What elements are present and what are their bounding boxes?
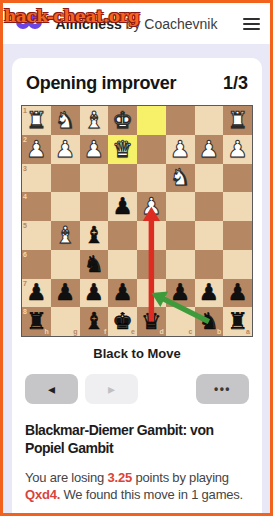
- white-pawn: ♟: [84, 138, 105, 161]
- file-label-a: a: [246, 328, 250, 335]
- chess-board[interactable]: ♜1♞♝♚♜♟2♟♟♛♟♟♟3♞4♟♟5♝♝6♞♟7♟♟♟♟♟♟♜8hg♝f♚e…: [21, 105, 253, 337]
- square-h3[interactable]: 3: [22, 164, 51, 193]
- turn-indicator: Black to Move: [21, 346, 253, 361]
- square-g3[interactable]: [51, 164, 80, 193]
- black-knight: ♞: [84, 253, 105, 276]
- progress-counter: 1/3: [223, 73, 248, 94]
- loss-text-post: We found this move in 1 games.: [60, 487, 243, 502]
- square-a3[interactable]: [223, 164, 252, 193]
- loss-text-pre: You are losing: [25, 470, 108, 485]
- square-c6[interactable]: [166, 250, 195, 279]
- square-e1[interactable]: ♚: [108, 106, 137, 135]
- black-bishop: ♝: [84, 224, 105, 247]
- page-title: Opening improver: [26, 73, 176, 94]
- black-pawn: ♟: [170, 281, 191, 304]
- square-b3[interactable]: [195, 164, 224, 193]
- black-pawn: ♟: [227, 281, 248, 304]
- square-d6[interactable]: [137, 250, 166, 279]
- white-pawn: ♟: [55, 138, 76, 161]
- square-d7[interactable]: [137, 279, 166, 308]
- square-d1[interactable]: [137, 106, 166, 135]
- loss-points: 3.25: [108, 470, 133, 485]
- square-a7[interactable]: ♟: [223, 279, 252, 308]
- white-knight: ♞: [170, 166, 191, 189]
- black-pawn: ♟: [84, 281, 105, 304]
- black-king: ♚: [112, 310, 133, 333]
- white-bishop: ♝: [55, 224, 76, 247]
- square-f5[interactable]: ♝: [80, 221, 109, 250]
- square-h8[interactable]: ♜8h: [22, 307, 51, 336]
- black-pawn: ♟: [112, 281, 133, 304]
- square-c1[interactable]: [166, 106, 195, 135]
- square-f1[interactable]: ♝: [80, 106, 109, 135]
- white-rook: ♜: [227, 109, 248, 132]
- rank-label-7: 7: [23, 280, 27, 287]
- rank-label-5: 5: [23, 222, 27, 229]
- next-move-button[interactable]: ▸: [85, 374, 138, 404]
- file-label-e: e: [131, 328, 135, 335]
- square-d3[interactable]: [137, 164, 166, 193]
- square-h1[interactable]: ♜1: [22, 106, 51, 135]
- right-arrow-icon: ▸: [108, 382, 115, 396]
- rank-label-6: 6: [23, 251, 27, 258]
- move-navigation: ◂ ▸ •••: [25, 374, 249, 404]
- square-c3[interactable]: ♞: [166, 164, 195, 193]
- black-pawn: ♟: [112, 195, 133, 218]
- rank-label-4: 4: [23, 193, 27, 200]
- page-body: Opening improver 1/3 ♜1♞♝♚♜♟2♟♟♛♟♟♟3♞4♟♟…: [3, 44, 270, 516]
- black-pawn: ♟: [199, 281, 220, 304]
- square-a2[interactable]: ♟: [223, 135, 252, 164]
- square-f6[interactable]: ♞: [80, 250, 109, 279]
- square-g8[interactable]: g: [51, 307, 80, 336]
- app-header: Aimchess by Coachevnik: [3, 3, 270, 44]
- prev-move-button[interactable]: ◂: [25, 374, 78, 404]
- file-label-h: h: [44, 328, 48, 335]
- square-a1[interactable]: ♜: [223, 106, 252, 135]
- square-c5[interactable]: [166, 221, 195, 250]
- ellipsis-icon: •••: [214, 383, 231, 395]
- black-bishop: ♝: [84, 310, 105, 333]
- square-e4[interactable]: ♟: [108, 192, 137, 221]
- white-king: ♚: [112, 109, 133, 132]
- white-pawn: ♟: [170, 138, 191, 161]
- square-b5[interactable]: [195, 221, 224, 250]
- square-e3[interactable]: [108, 164, 137, 193]
- square-f8[interactable]: ♝f: [80, 307, 109, 336]
- more-options-button[interactable]: •••: [196, 374, 249, 404]
- white-pawn: ♟: [26, 138, 47, 161]
- square-c8[interactable]: c: [166, 307, 195, 336]
- square-e5[interactable]: [108, 221, 137, 250]
- square-d5[interactable]: [137, 221, 166, 250]
- file-label-f: f: [104, 328, 106, 335]
- square-b8[interactable]: ♞b: [195, 307, 224, 336]
- white-queen: ♛: [112, 138, 133, 161]
- square-b2[interactable]: ♟: [195, 135, 224, 164]
- square-d2[interactable]: [137, 135, 166, 164]
- file-label-d: d: [159, 328, 163, 335]
- logo-ring-right: [28, 15, 42, 29]
- square-a6[interactable]: [223, 250, 252, 279]
- square-g5[interactable]: ♝: [51, 221, 80, 250]
- square-f3[interactable]: [80, 164, 109, 193]
- card-header: Opening improver 1/3: [21, 70, 253, 105]
- square-g4[interactable]: [51, 192, 80, 221]
- square-e2[interactable]: ♛: [108, 135, 137, 164]
- black-pawn: ♟: [26, 281, 47, 304]
- square-c7[interactable]: ♟: [166, 279, 195, 308]
- app-name: Aimchess: [56, 16, 122, 32]
- file-label-g: g: [73, 328, 77, 335]
- square-b1[interactable]: [195, 106, 224, 135]
- square-a8[interactable]: ♜a: [223, 307, 252, 336]
- square-g7[interactable]: ♟: [51, 279, 80, 308]
- loss-text-mid: points by playing: [132, 470, 229, 485]
- square-e6[interactable]: [108, 250, 137, 279]
- square-b4[interactable]: [195, 192, 224, 221]
- square-f4[interactable]: [80, 192, 109, 221]
- file-label-b: b: [217, 328, 221, 335]
- square-h4[interactable]: 4: [22, 192, 51, 221]
- square-a5[interactable]: [223, 221, 252, 250]
- aimchess-logo-icon[interactable]: [16, 12, 50, 36]
- exercise-card: Opening improver 1/3 ♜1♞♝♚♜♟2♟♟♛♟♟♟3♞4♟♟…: [12, 58, 262, 516]
- square-h7[interactable]: ♟7: [22, 279, 51, 308]
- rank-label-3: 3: [23, 165, 27, 172]
- app-byline: by Coachevnik: [122, 16, 218, 32]
- app-screen: hack-cheat.org Aimchess by Coachevnik Op…: [0, 0, 273, 516]
- square-h5[interactable]: 5: [22, 221, 51, 250]
- square-b6[interactable]: [195, 250, 224, 279]
- black-pawn: ♟: [55, 281, 76, 304]
- square-g1[interactable]: ♞: [51, 106, 80, 135]
- square-e7[interactable]: ♟: [108, 279, 137, 308]
- square-e8[interactable]: ♚e: [108, 307, 137, 336]
- square-d8[interactable]: ♛d: [137, 307, 166, 336]
- left-arrow-icon: ◂: [48, 382, 55, 396]
- hamburger-menu-icon[interactable]: [243, 18, 260, 30]
- rank-label-2: 2: [23, 136, 27, 143]
- white-knight: ♞: [55, 109, 76, 132]
- square-a4[interactable]: [223, 192, 252, 221]
- square-h6[interactable]: 6: [22, 250, 51, 279]
- loss-explanation: You are losing 3.25 points by playing Qx…: [25, 469, 249, 503]
- board-squares: ♜1♞♝♚♜♟2♟♟♛♟♟♟3♞4♟♟5♝♝6♞♟7♟♟♟♟♟♟♜8hg♝f♚e…: [22, 106, 252, 336]
- square-f2[interactable]: ♟: [80, 135, 109, 164]
- black-rook: ♜: [227, 310, 248, 333]
- white-pawn: ♟: [199, 138, 220, 161]
- white-pawn: ♟: [141, 195, 162, 218]
- square-g6[interactable]: [51, 250, 80, 279]
- square-b7[interactable]: ♟: [195, 279, 224, 308]
- white-bishop: ♝: [84, 109, 105, 132]
- square-d4[interactable]: ♟: [137, 192, 166, 221]
- file-label-c: c: [189, 328, 193, 335]
- white-rook: ♜: [26, 109, 47, 132]
- square-c4[interactable]: [166, 192, 195, 221]
- rank-label-1: 1: [23, 107, 27, 114]
- square-h2[interactable]: ♟2: [22, 135, 51, 164]
- square-f7[interactable]: ♟: [80, 279, 109, 308]
- square-c2[interactable]: ♟: [166, 135, 195, 164]
- app-title: Aimchess by Coachevnik: [56, 16, 218, 32]
- square-g2[interactable]: ♟: [51, 135, 80, 164]
- white-pawn: ♟: [227, 138, 248, 161]
- opening-name: Blackmar-Diemer Gambit: von Popiel Gambi…: [25, 422, 249, 457]
- loss-move: Qxd4.: [25, 487, 60, 502]
- rank-label-8: 8: [23, 308, 27, 315]
